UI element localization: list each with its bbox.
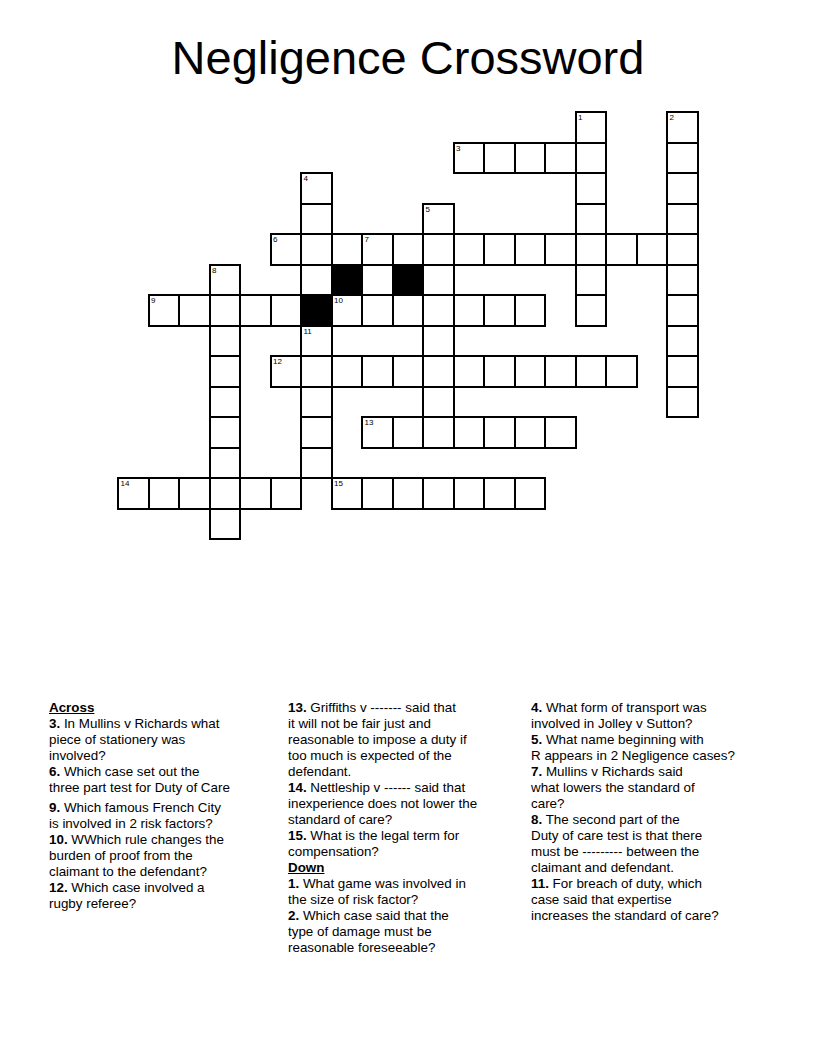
clue-number-12: 12 <box>273 357 282 366</box>
clue-number-5: 5 <box>426 205 430 214</box>
clue-down-1-text: What game was involved in the size of ri… <box>288 876 466 907</box>
clue-number-15: 15 <box>334 479 343 488</box>
clue-number-9: 9 <box>151 296 155 305</box>
clue-down-11-number: 11. <box>531 876 549 891</box>
letter-cell-r11c11[interactable] <box>422 416 455 449</box>
letter-cell-r6c11[interactable] <box>422 264 455 297</box>
letter-cell-r7c4[interactable] <box>209 294 242 327</box>
clue-number-7: 7 <box>365 235 369 244</box>
letter-cell-r1c16[interactable]: 1 <box>575 111 608 144</box>
letter-cell-r7c6[interactable] <box>270 294 303 327</box>
page-title: Negligence Crossword <box>0 30 816 86</box>
letter-cell-r13c3[interactable] <box>178 477 211 510</box>
letter-cell-r7c13[interactable] <box>483 294 516 327</box>
clue-down-4: 4. What form of transport was involved i… <box>531 700 781 732</box>
letter-cell-r8c4[interactable] <box>209 325 242 358</box>
clue-number-13: 13 <box>365 418 374 427</box>
letter-cell-r9c8[interactable] <box>331 355 364 388</box>
letter-cell-r5c15[interactable] <box>544 233 577 266</box>
clue-across-15-number: 15. <box>288 828 307 843</box>
letter-cell-r8c7[interactable]: 11 <box>300 325 333 358</box>
letter-cell-r6c7[interactable] <box>300 264 333 297</box>
letter-cell-r7c19[interactable] <box>666 294 699 327</box>
letter-cell-r9c6[interactable]: 12 <box>270 355 303 388</box>
letter-cell-r9c15[interactable] <box>544 355 577 388</box>
letter-cell-r2c15[interactable] <box>544 142 577 175</box>
letter-cell-r7c11[interactable] <box>422 294 455 327</box>
letter-cell-r11c7[interactable] <box>300 416 333 449</box>
clue-across-9: 9. Which famous French City is involved … <box>49 800 287 832</box>
letter-cell-r10c19[interactable] <box>666 386 699 419</box>
clue-number-14: 14 <box>121 479 130 488</box>
clue-across-15: 15. What is the legal term for compensat… <box>288 828 532 860</box>
letter-cell-r2c12[interactable]: 3 <box>453 142 486 175</box>
letter-cell-r3c19[interactable] <box>666 172 699 205</box>
down-heading: Down <box>288 860 532 876</box>
letter-cell-r12c7[interactable] <box>300 447 333 480</box>
crossword-page: Negligence Crossword 1234567891011121314… <box>0 0 816 1056</box>
letter-cell-r5c7[interactable] <box>300 233 333 266</box>
clue-down-1-number: 1. <box>288 876 299 891</box>
clue-across-15-text: What is the legal term for compensation? <box>288 828 459 859</box>
blocked-cell-r7c7 <box>300 294 333 327</box>
letter-cell-r14c4[interactable] <box>209 508 242 541</box>
clue-across-9-number: 9. <box>49 800 60 815</box>
letter-cell-r13c8[interactable]: 15 <box>331 477 364 510</box>
clue-across-12-text: Which case involved a rugby referee? <box>49 880 205 911</box>
letter-cell-r9c4[interactable] <box>209 355 242 388</box>
letter-cell-r5c16[interactable] <box>575 233 608 266</box>
clue-down-8-number: 8. <box>531 812 542 827</box>
letter-cell-r11c15[interactable] <box>544 416 577 449</box>
letter-cell-r5c14[interactable] <box>514 233 547 266</box>
letter-cell-r5c11[interactable] <box>422 233 455 266</box>
letter-cell-r5c17[interactable] <box>605 233 638 266</box>
letter-cell-r6c19[interactable] <box>666 264 699 297</box>
letter-cell-r13c5[interactable] <box>239 477 272 510</box>
letter-cell-r9c13[interactable] <box>483 355 516 388</box>
clue-across-6: 6. Which case set out the three part tes… <box>49 764 287 796</box>
letter-cell-r7c3[interactable] <box>178 294 211 327</box>
clue-across-12-number: 12. <box>49 880 68 895</box>
clue-down-2-text: Which case said that the type of damage … <box>288 908 449 955</box>
letter-cell-r4c16[interactable] <box>575 203 608 236</box>
letter-cell-r6c9[interactable] <box>361 264 394 297</box>
letter-cell-r13c11[interactable] <box>422 477 455 510</box>
clue-number-2: 2 <box>670 113 674 122</box>
clue-across-10-number: 10. <box>49 832 68 847</box>
letter-cell-r13c9[interactable] <box>361 477 394 510</box>
clue-down-2-number: 2. <box>288 908 299 923</box>
letter-cell-r13c6[interactable] <box>270 477 303 510</box>
clue-across-3-text: In Mullins v Richards what piece of stat… <box>49 716 219 763</box>
letter-cell-r9c17[interactable] <box>605 355 638 388</box>
letter-cell-r8c19[interactable] <box>666 325 699 358</box>
clue-across-14: 14. Nettleship v ------ said that inexpe… <box>288 780 532 828</box>
letter-cell-r5c6[interactable]: 6 <box>270 233 303 266</box>
letter-cell-r4c19[interactable] <box>666 203 699 236</box>
clue-across-6-number: 6. <box>49 764 60 779</box>
clue-across-14-text: Nettleship v ------ said that inexperien… <box>288 780 477 827</box>
clue-across-14-number: 14. <box>288 780 307 795</box>
crossword-grid: 123456789101112131415 <box>117 111 699 540</box>
letter-cell-r7c16[interactable] <box>575 294 608 327</box>
clue-across-3: 3. In Mullins v Richards what piece of s… <box>49 716 287 764</box>
clue-number-6: 6 <box>273 235 277 244</box>
letter-cell-r13c12[interactable] <box>453 477 486 510</box>
letter-cell-r2c16[interactable] <box>575 142 608 175</box>
letter-cell-r7c5[interactable] <box>239 294 272 327</box>
clue-down-4-text: What form of transport was involved in J… <box>531 700 707 731</box>
letter-cell-r5c10[interactable] <box>392 233 425 266</box>
letter-cell-r11c13[interactable] <box>483 416 516 449</box>
clue-down-11: 11. For breach of duty, which case said … <box>531 876 781 924</box>
letter-cell-r11c4[interactable] <box>209 416 242 449</box>
clue-across-10: 10. WWhich rule changes the burden of pr… <box>49 832 287 880</box>
letter-cell-r9c10[interactable] <box>392 355 425 388</box>
letter-cell-r7c12[interactable] <box>453 294 486 327</box>
letter-cell-r13c13[interactable] <box>483 477 516 510</box>
letter-cell-r7c10[interactable] <box>392 294 425 327</box>
letter-cell-r13c10[interactable] <box>392 477 425 510</box>
clue-down-7-number: 7. <box>531 764 542 779</box>
clue-column-1: Across3. In Mullins v Richards what piec… <box>49 700 287 912</box>
clue-down-2: 2. Which case said that the type of dama… <box>288 908 532 956</box>
clue-column-3: 4. What form of transport was involved i… <box>531 700 781 924</box>
letter-cell-r7c2[interactable]: 9 <box>148 294 181 327</box>
letter-cell-r7c9[interactable] <box>361 294 394 327</box>
letter-cell-r6c4[interactable]: 8 <box>209 264 242 297</box>
letter-cell-r10c4[interactable] <box>209 386 242 419</box>
letter-cell-r5c9[interactable]: 7 <box>361 233 394 266</box>
letter-cell-r2c14[interactable] <box>514 142 547 175</box>
clue-across-13-text: Griffiths v ------- said that it will no… <box>288 700 467 779</box>
letter-cell-r10c11[interactable] <box>422 386 455 419</box>
clue-number-4: 4 <box>304 174 308 183</box>
clue-number-8: 8 <box>212 266 216 275</box>
clue-down-8-text: The second part of the Duty of care test… <box>531 812 702 875</box>
letter-cell-r4c11[interactable]: 5 <box>422 203 455 236</box>
clue-down-5-text: What name beginning with R appears in 2 … <box>531 732 735 763</box>
letter-cell-r9c16[interactable] <box>575 355 608 388</box>
letter-cell-r9c9[interactable] <box>361 355 394 388</box>
clue-across-6-text: Which case set out the three part test f… <box>49 764 230 795</box>
letter-cell-r9c11[interactable] <box>422 355 455 388</box>
clue-across-10-text: WWhich rule changes the burden of proof … <box>49 832 224 879</box>
clue-across-13: 13. Griffiths v ------- said that it wil… <box>288 700 532 780</box>
clue-column-2: 13. Griffiths v ------- said that it wil… <box>288 700 532 956</box>
clue-across-12: 12. Which case involved a rugby referee? <box>49 880 287 912</box>
clue-down-5-number: 5. <box>531 732 542 747</box>
clue-across-3-number: 3. <box>49 716 60 731</box>
letter-cell-r3c7[interactable]: 4 <box>300 172 333 205</box>
letter-cell-r5c18[interactable] <box>636 233 669 266</box>
blocked-cell-r6c10 <box>392 264 425 297</box>
clue-number-3: 3 <box>456 144 460 153</box>
letter-cell-r5c8[interactable] <box>331 233 364 266</box>
clue-across-9-text: Which famous French City is involved in … <box>49 800 221 831</box>
clue-down-4-number: 4. <box>531 700 542 715</box>
letter-cell-r7c8[interactable]: 10 <box>331 294 364 327</box>
letter-cell-r7c14[interactable] <box>514 294 547 327</box>
letter-cell-r9c7[interactable] <box>300 355 333 388</box>
blocked-cell-r6c8 <box>331 264 364 297</box>
letter-cell-r11c10[interactable] <box>392 416 425 449</box>
clue-down-7-text: Mullins v Richards said what lowers the … <box>531 764 695 811</box>
letter-cell-r13c2[interactable] <box>148 477 181 510</box>
letter-cell-r5c12[interactable] <box>453 233 486 266</box>
letter-cell-r1c19[interactable]: 2 <box>666 111 699 144</box>
letter-cell-r13c1[interactable]: 14 <box>117 477 150 510</box>
letter-cell-r3c16[interactable] <box>575 172 608 205</box>
clue-number-11: 11 <box>304 327 312 336</box>
letter-cell-r5c19[interactable] <box>666 233 699 266</box>
letter-cell-r13c4[interactable] <box>209 477 242 510</box>
letter-cell-r13c14[interactable] <box>514 477 547 510</box>
across-heading: Across <box>49 700 287 716</box>
clue-down-11-text: For breach of duty, which case said that… <box>531 876 719 923</box>
letter-cell-r2c19[interactable] <box>666 142 699 175</box>
clue-down-7: 7. Mullins v Richards said what lowers t… <box>531 764 781 812</box>
clue-number-1: 1 <box>578 113 582 122</box>
letter-cell-r11c9[interactable]: 13 <box>361 416 394 449</box>
letter-cell-r9c12[interactable] <box>453 355 486 388</box>
clue-across-13-number: 13. <box>288 700 307 715</box>
letter-cell-r4c7[interactable] <box>300 203 333 236</box>
letter-cell-r11c14[interactable] <box>514 416 547 449</box>
letter-cell-r8c11[interactable] <box>422 325 455 358</box>
clue-down-8: 8. The second part of the Duty of care t… <box>531 812 781 876</box>
letter-cell-r11c12[interactable] <box>453 416 486 449</box>
clue-down-5: 5. What name beginning with R appears in… <box>531 732 781 764</box>
letter-cell-r5c13[interactable] <box>483 233 516 266</box>
letter-cell-r12c4[interactable] <box>209 447 242 480</box>
letter-cell-r6c16[interactable] <box>575 264 608 297</box>
letter-cell-r10c7[interactable] <box>300 386 333 419</box>
clue-number-10: 10 <box>334 296 343 305</box>
letter-cell-r9c19[interactable] <box>666 355 699 388</box>
letter-cell-r2c13[interactable] <box>483 142 516 175</box>
letter-cell-r9c14[interactable] <box>514 355 547 388</box>
clue-down-1: 1. What game was involved in the size of… <box>288 876 532 908</box>
